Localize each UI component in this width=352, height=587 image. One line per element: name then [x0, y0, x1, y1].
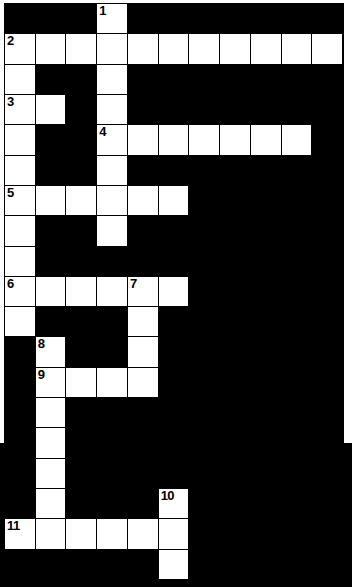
cell-r5c10 [312, 156, 342, 185]
cell-r3c5 [159, 95, 189, 124]
cell-r10c6 [189, 307, 219, 336]
cell-r5c6 [189, 156, 219, 185]
clue-number-4: 4 [99, 125, 106, 139]
clue-number-8: 8 [38, 337, 45, 351]
cell-r6c1[interactable] [36, 186, 66, 215]
cell-r7c6 [189, 216, 219, 245]
cell-r0c5 [159, 4, 189, 33]
cell-r16c4 [128, 489, 158, 518]
cell-r12c9 [282, 368, 312, 397]
cell-r6c7 [220, 186, 250, 215]
cell-r9c3[interactable] [97, 277, 127, 306]
cell-r18c1 [36, 550, 66, 579]
cell-r15c9 [282, 459, 312, 488]
cell-r13c3 [97, 398, 127, 427]
cell-r8c1 [36, 247, 66, 276]
clue-number-2: 2 [7, 34, 14, 48]
cell-r2c8 [251, 65, 281, 94]
clue-number-9: 9 [38, 368, 45, 382]
cell-r15c2 [66, 459, 96, 488]
cell-r1c3[interactable] [97, 34, 127, 63]
cell-r9c2[interactable] [66, 277, 96, 306]
cell-r7c1 [36, 216, 66, 245]
cell-r5c9 [282, 156, 312, 185]
cell-r5c7 [220, 156, 250, 185]
cell-r15c0 [5, 459, 35, 488]
cell-r16c3 [97, 489, 127, 518]
cell-r7c3[interactable] [97, 216, 127, 245]
cell-r5c5 [159, 156, 189, 185]
cell-r18c10 [312, 550, 342, 579]
cell-r8c9 [282, 247, 312, 276]
cell-r13c4 [128, 398, 158, 427]
cell-r8c3 [97, 247, 127, 276]
cell-r2c10 [312, 65, 342, 94]
cell-r15c1[interactable] [36, 459, 66, 488]
cell-r16c6 [189, 489, 219, 518]
cell-r1c4[interactable] [128, 34, 158, 63]
page-margin-right [344, 0, 352, 443]
cell-r2c9 [282, 65, 312, 94]
cell-r16c7 [220, 489, 250, 518]
cell-r8c5 [159, 247, 189, 276]
cell-r15c7 [220, 459, 250, 488]
cell-r11c7 [220, 337, 250, 366]
cell-r15c3 [97, 459, 127, 488]
cell-r11c9 [282, 337, 312, 366]
cell-r2c4 [128, 65, 158, 94]
cell-r12c3[interactable] [97, 368, 127, 397]
cell-r7c0[interactable] [5, 216, 35, 245]
cell-r17c6 [189, 519, 219, 548]
cell-r3c7 [220, 95, 250, 124]
cell-r11c10 [312, 337, 342, 366]
cell-r5c0[interactable] [5, 156, 35, 185]
cell-r12c5 [159, 368, 189, 397]
cell-r9c8 [251, 277, 281, 306]
cell-r12c6 [189, 368, 219, 397]
cell-r6c3[interactable] [97, 186, 127, 215]
cell-r2c6 [189, 65, 219, 94]
cell-r10c4[interactable] [128, 307, 158, 336]
cell-r16c8 [251, 489, 281, 518]
cell-r14c5 [159, 428, 189, 457]
cell-r17c8 [251, 519, 281, 548]
cell-r4c4[interactable] [128, 125, 158, 154]
cell-r4c1 [36, 125, 66, 154]
clue-number-10: 10 [161, 489, 174, 503]
cell-r3c6 [189, 95, 219, 124]
cell-r14c2 [66, 428, 96, 457]
cell-r1c0[interactable]: 2 [5, 34, 35, 63]
cell-r4c8[interactable] [251, 125, 281, 154]
clue-number-7: 7 [130, 277, 137, 291]
cell-r5c1 [36, 156, 66, 185]
cell-r9c6 [189, 277, 219, 306]
cell-r12c7 [220, 368, 250, 397]
cell-r0c6 [189, 4, 219, 33]
cell-r13c6 [189, 398, 219, 427]
cell-r6c5[interactable] [159, 186, 189, 215]
cell-r8c2 [66, 247, 96, 276]
cell-r9c9 [282, 277, 312, 306]
cell-r12c0 [5, 368, 35, 397]
cell-r17c10 [312, 519, 342, 548]
cell-r16c5[interactable]: 10 [159, 489, 189, 518]
cell-r17c9 [282, 519, 312, 548]
cell-r6c6 [189, 186, 219, 215]
clue-number-6: 6 [7, 277, 14, 291]
clue-number-11: 11 [7, 519, 20, 533]
cell-r11c8 [251, 337, 281, 366]
cell-r4c5[interactable] [159, 125, 189, 154]
cell-r0c9 [282, 4, 312, 33]
cell-r10c5 [159, 307, 189, 336]
cell-r13c2 [66, 398, 96, 427]
cell-r10c7 [220, 307, 250, 336]
cell-r11c5 [159, 337, 189, 366]
cell-r0c7 [220, 4, 250, 33]
cell-r7c9 [282, 216, 312, 245]
cell-r4c9[interactable] [282, 125, 312, 154]
clue-number-5: 5 [7, 186, 14, 200]
cell-r14c8 [251, 428, 281, 457]
cell-r15c6 [189, 459, 219, 488]
cell-r3c0[interactable]: 3 [5, 95, 35, 124]
cell-r7c10 [312, 216, 342, 245]
cell-r2c3[interactable] [97, 65, 127, 94]
cell-r1c8[interactable] [251, 34, 281, 63]
cell-r6c10 [312, 186, 342, 215]
cell-r0c0 [5, 4, 35, 33]
cell-r8c10 [312, 247, 342, 276]
cell-r12c4[interactable] [128, 368, 158, 397]
cell-r0c3[interactable]: 1 [97, 4, 127, 33]
cell-r14c10 [312, 428, 342, 457]
cell-r3c4 [128, 95, 158, 124]
cell-r7c8 [251, 216, 281, 245]
cell-r9c1[interactable] [36, 277, 66, 306]
cell-r18c0 [5, 550, 35, 579]
cell-r9c5[interactable] [159, 277, 189, 306]
cell-r17c3[interactable] [97, 519, 127, 548]
cell-r10c0[interactable] [5, 307, 35, 336]
cell-r18c7 [220, 550, 250, 579]
cell-r14c4 [128, 428, 158, 457]
cell-r8c7 [220, 247, 250, 276]
cell-r18c5[interactable] [159, 550, 189, 579]
cell-r14c1[interactable] [36, 428, 66, 457]
cell-r11c1[interactable]: 8 [36, 337, 66, 366]
cell-r4c7[interactable] [220, 125, 250, 154]
cell-r9c4[interactable]: 7 [128, 277, 158, 306]
cell-r7c5 [159, 216, 189, 245]
cell-r3c9 [282, 95, 312, 124]
cell-r11c2 [66, 337, 96, 366]
cell-r10c10 [312, 307, 342, 336]
cell-r10c3 [97, 307, 127, 336]
cell-r11c3 [97, 337, 127, 366]
cell-r0c1 [36, 4, 66, 33]
cell-r9c7 [220, 277, 250, 306]
cell-r13c8 [251, 398, 281, 427]
cell-r6c8 [251, 186, 281, 215]
cell-r1c9[interactable] [282, 34, 312, 63]
cell-r11c4[interactable] [128, 337, 158, 366]
cell-r4c0[interactable] [5, 125, 35, 154]
cell-r4c6[interactable] [189, 125, 219, 154]
cell-r2c0[interactable] [5, 65, 35, 94]
cell-r11c6 [189, 337, 219, 366]
cell-r18c2 [66, 550, 96, 579]
cell-r18c3 [97, 550, 127, 579]
cell-r6c2[interactable] [66, 186, 96, 215]
cell-r18c4 [128, 550, 158, 579]
cell-r1c2[interactable] [66, 34, 96, 63]
cell-r4c2 [66, 125, 96, 154]
cell-r7c2 [66, 216, 96, 245]
cell-r15c5 [159, 459, 189, 488]
cell-r7c7 [220, 216, 250, 245]
cell-r2c7 [220, 65, 250, 94]
cell-r9c10 [312, 277, 342, 306]
cell-r4c3[interactable]: 4 [97, 125, 127, 154]
cell-r13c10 [312, 398, 342, 427]
cell-r13c7 [220, 398, 250, 427]
cell-r3c1[interactable] [36, 95, 66, 124]
cell-r1c5[interactable] [159, 34, 189, 63]
cell-r13c9 [282, 398, 312, 427]
cell-r6c4[interactable] [128, 186, 158, 215]
cell-r18c9 [282, 550, 312, 579]
cell-r5c4 [128, 156, 158, 185]
cell-r5c3[interactable] [97, 156, 127, 185]
cell-r0c10 [312, 4, 342, 33]
cell-r8c8 [251, 247, 281, 276]
cell-r2c2 [66, 65, 96, 94]
cell-r16c10 [312, 489, 342, 518]
cell-r17c4[interactable] [128, 519, 158, 548]
cell-r5c2 [66, 156, 96, 185]
cell-r18c6 [189, 550, 219, 579]
clue-number-1: 1 [99, 4, 106, 18]
cell-r1c6[interactable] [189, 34, 219, 63]
cell-r1c7[interactable] [220, 34, 250, 63]
cell-r6c9 [282, 186, 312, 215]
cell-r16c9 [282, 489, 312, 518]
cell-r17c0[interactable]: 11 [5, 519, 35, 548]
cell-r13c0 [5, 398, 35, 427]
cell-r3c10 [312, 95, 342, 124]
cell-r2c1 [36, 65, 66, 94]
cell-r10c8 [251, 307, 281, 336]
cell-r9c0[interactable]: 6 [5, 277, 35, 306]
cell-r14c3 [97, 428, 127, 457]
cell-r17c2[interactable] [66, 519, 96, 548]
cell-r12c8 [251, 368, 281, 397]
cell-r12c10 [312, 368, 342, 397]
cell-r10c9 [282, 307, 312, 336]
cell-r8c6 [189, 247, 219, 276]
cell-r7c4 [128, 216, 158, 245]
cell-r15c8 [251, 459, 281, 488]
cell-r6c0[interactable]: 5 [5, 186, 35, 215]
cell-r14c0 [5, 428, 35, 457]
cell-r12c1[interactable]: 9 [36, 368, 66, 397]
cell-r10c1 [36, 307, 66, 336]
cell-r17c7 [220, 519, 250, 548]
cell-r11c0 [5, 337, 35, 366]
crossword-grid: 1234567891011 [4, 3, 343, 580]
clue-number-3: 3 [7, 95, 14, 109]
cell-r1c10[interactable] [312, 34, 342, 63]
cell-r5c8 [251, 156, 281, 185]
cell-r0c2 [66, 4, 96, 33]
cell-r12c2[interactable] [66, 368, 96, 397]
cell-r16c1[interactable] [36, 489, 66, 518]
cell-r13c1[interactable] [36, 398, 66, 427]
cell-r8c4 [128, 247, 158, 276]
cell-r10c2 [66, 307, 96, 336]
cell-r14c9 [282, 428, 312, 457]
cell-r2c5 [159, 65, 189, 94]
cell-r18c8 [251, 550, 281, 579]
cell-r14c7 [220, 428, 250, 457]
crossword-page: 1234567891011 [0, 0, 352, 587]
cell-r8c0[interactable] [5, 247, 35, 276]
cell-r15c10 [312, 459, 342, 488]
cell-r3c3[interactable] [97, 95, 127, 124]
cell-r14c6 [189, 428, 219, 457]
cell-r3c8 [251, 95, 281, 124]
cell-r15c4 [128, 459, 158, 488]
cell-r0c4 [128, 4, 158, 33]
cell-r16c2 [66, 489, 96, 518]
cell-r3c2 [66, 95, 96, 124]
cell-r17c1[interactable] [36, 519, 66, 548]
cell-r4c10 [312, 125, 342, 154]
cell-r17c5[interactable] [159, 519, 189, 548]
cell-r1c1[interactable] [36, 34, 66, 63]
cell-r0c8 [251, 4, 281, 33]
cell-r16c0 [5, 489, 35, 518]
cell-r13c5 [159, 398, 189, 427]
